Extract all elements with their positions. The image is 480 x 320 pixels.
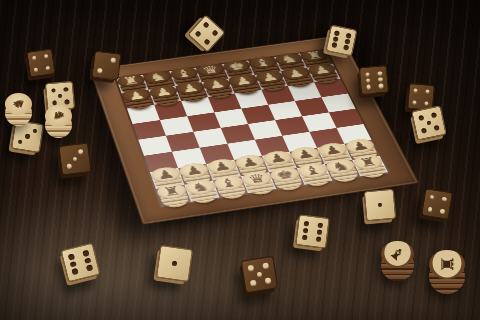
die-pip — [429, 194, 434, 199]
die-pip — [421, 128, 427, 134]
loose-piece-light-knight: ♞ — [5, 93, 32, 120]
die-pip — [303, 228, 309, 234]
die-face-2 — [93, 52, 121, 80]
die-pip — [366, 84, 371, 89]
die-pip — [68, 254, 74, 260]
die-pip — [304, 221, 310, 227]
die-face-3 — [59, 143, 90, 174]
die-pip — [34, 67, 39, 72]
loose-piece-top: ♞ — [45, 105, 72, 127]
die-pip — [64, 99, 69, 104]
die-pip — [248, 265, 254, 271]
die-pip — [45, 66, 50, 71]
die-face-6 — [360, 66, 388, 94]
die-pip — [317, 223, 323, 229]
die-pip — [63, 87, 68, 92]
die-pip — [97, 68, 102, 73]
die-pip — [70, 261, 76, 267]
die-pip — [377, 202, 382, 207]
photo-scene: Game Set push upward push upward ↗ ♜♞♝♛♚… — [0, 0, 480, 320]
loose-piece-dark-rook: ♜ — [429, 250, 465, 286]
die-pip — [413, 100, 417, 104]
die-face-4 — [27, 49, 54, 76]
die-dark-2 — [91, 50, 121, 80]
die-pip — [51, 88, 56, 93]
loose-piece-top: ♜ — [429, 250, 465, 279]
die-face-6 — [327, 26, 357, 56]
die-pip — [316, 236, 322, 242]
die-pip — [84, 257, 90, 263]
die-face-5 — [242, 257, 277, 292]
die-pip — [442, 196, 447, 201]
die-face-6 — [62, 244, 100, 282]
die-face-1 — [157, 246, 192, 281]
die-light-6 — [295, 214, 330, 249]
die-dark-6 — [359, 65, 389, 95]
die-pip — [333, 37, 338, 42]
loose-piece-top: ♞ — [5, 93, 32, 115]
die-pip — [377, 71, 382, 76]
die-pip — [72, 156, 77, 161]
die-pip — [334, 31, 339, 36]
die-pip — [72, 268, 78, 274]
die-pip — [365, 78, 370, 83]
die-pip — [431, 112, 437, 118]
die-pip — [418, 115, 424, 121]
die-light-6 — [325, 24, 357, 56]
die-light-1 — [156, 245, 193, 282]
die-pip — [111, 58, 116, 63]
die-pip — [17, 139, 22, 144]
die-pip — [83, 250, 89, 256]
die-pip — [32, 128, 37, 133]
die-pip — [78, 149, 83, 154]
die-pip — [263, 263, 269, 269]
die-pip — [378, 77, 383, 82]
die-pip — [425, 90, 429, 94]
die-light-5 — [411, 105, 447, 141]
die-face-5 — [412, 106, 445, 139]
loose-piece-glyph: ♞ — [10, 95, 27, 112]
die-pip — [427, 207, 432, 212]
die-pip — [265, 278, 271, 284]
loose-piece-dark-bishop: ♝ — [381, 241, 414, 274]
loose-piece-glyph: ♞ — [51, 108, 66, 123]
die-pip — [365, 72, 370, 77]
die-pip — [434, 125, 440, 131]
die-pip — [44, 54, 49, 59]
die-pip — [426, 120, 432, 126]
loose-piece-glyph: ♜ — [439, 255, 456, 273]
die-light-6 — [60, 242, 100, 282]
die-pip — [86, 265, 92, 271]
loose-piece-light-knight: ♞ — [45, 105, 72, 132]
die-pip — [346, 33, 351, 38]
die-pip — [317, 230, 323, 236]
front-props-layer: ♞♞♝♜ — [0, 0, 480, 320]
die-pip — [58, 94, 63, 99]
die-face-4 — [422, 189, 452, 219]
die-pip — [250, 280, 256, 286]
die-pip — [171, 260, 177, 266]
die-dark-4 — [26, 48, 55, 77]
die-pip — [332, 43, 337, 48]
die-dark-3 — [58, 142, 91, 175]
die-pip — [440, 209, 445, 214]
die-pip — [66, 164, 71, 169]
die-light-1 — [364, 189, 397, 222]
die-pip — [378, 83, 383, 88]
loose-piece-glyph: ♝ — [386, 243, 408, 265]
die-pip — [302, 235, 308, 241]
die-face-6 — [296, 215, 328, 247]
die-face-4 — [408, 84, 434, 110]
die-pip — [414, 89, 418, 93]
die-pip — [345, 39, 350, 44]
die-pip — [25, 134, 30, 139]
die-pip — [32, 56, 37, 61]
die-pip — [344, 45, 349, 50]
die-pip — [424, 101, 428, 105]
die-face-1 — [365, 190, 395, 220]
die-dark-5 — [241, 256, 279, 294]
die-dark-4 — [421, 188, 453, 220]
die-pip — [256, 271, 262, 277]
